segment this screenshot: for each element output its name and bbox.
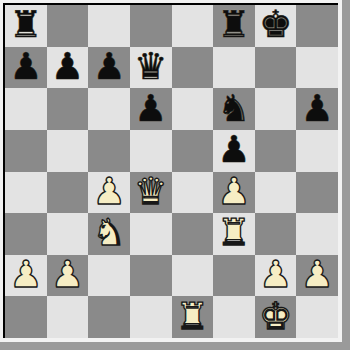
square-a4[interactable] <box>5 172 47 214</box>
square-b4[interactable] <box>47 172 89 214</box>
square-d5[interactable] <box>130 130 172 172</box>
square-h7[interactable] <box>296 47 338 89</box>
square-b6[interactable] <box>47 88 89 130</box>
square-c7[interactable]: ♟ <box>88 47 130 89</box>
black-king-g8[interactable]: ♚ <box>259 6 292 43</box>
white-pawn-f4[interactable]: ♟ <box>217 173 250 210</box>
square-a8[interactable]: ♜ <box>5 5 47 47</box>
square-e8[interactable] <box>172 5 214 47</box>
black-pawn-h6[interactable]: ♟ <box>301 90 334 127</box>
square-d2[interactable] <box>130 255 172 297</box>
frame-shadow-bottom <box>0 342 350 350</box>
square-g1[interactable]: ♚ <box>255 296 297 338</box>
white-pawn-h2[interactable]: ♟ <box>301 256 334 293</box>
square-e4[interactable] <box>172 172 214 214</box>
black-knight-f6[interactable]: ♞ <box>217 90 250 127</box>
square-b2[interactable]: ♟ <box>47 255 89 297</box>
white-king-g1[interactable]: ♚ <box>259 298 292 335</box>
square-e2[interactable] <box>172 255 214 297</box>
white-rook-f3[interactable]: ♜ <box>217 214 250 251</box>
black-pawn-d6[interactable]: ♟ <box>134 90 167 127</box>
square-h1[interactable] <box>296 296 338 338</box>
black-rook-a8[interactable]: ♜ <box>9 6 42 43</box>
black-pawn-c7[interactable]: ♟ <box>92 48 125 85</box>
square-d4[interactable]: ♛ <box>130 172 172 214</box>
black-queen-d7[interactable]: ♛ <box>134 48 167 85</box>
square-f5[interactable]: ♟ <box>213 130 255 172</box>
square-c4[interactable]: ♟ <box>88 172 130 214</box>
square-a2[interactable]: ♟ <box>5 255 47 297</box>
square-c1[interactable] <box>88 296 130 338</box>
square-g5[interactable] <box>255 130 297 172</box>
square-f2[interactable] <box>213 255 255 297</box>
square-g4[interactable] <box>255 172 297 214</box>
chess-diagram: ♜♜♚♟♟♟♛♟♞♟♟♟♛♟♞♜♟♟♟♟♜♚ <box>0 0 350 350</box>
square-d3[interactable] <box>130 213 172 255</box>
square-h6[interactable]: ♟ <box>296 88 338 130</box>
square-b5[interactable] <box>47 130 89 172</box>
square-h8[interactable] <box>296 5 338 47</box>
black-pawn-b7[interactable]: ♟ <box>51 48 84 85</box>
white-pawn-g2[interactable]: ♟ <box>259 256 292 293</box>
white-pawn-c4[interactable]: ♟ <box>92 173 125 210</box>
square-b7[interactable]: ♟ <box>47 47 89 89</box>
black-pawn-a7[interactable]: ♟ <box>9 48 42 85</box>
square-d8[interactable] <box>130 5 172 47</box>
board-frame: ♜♜♚♟♟♟♛♟♞♟♟♟♛♟♞♜♟♟♟♟♜♚ <box>3 3 338 338</box>
black-pawn-f5[interactable]: ♟ <box>217 131 250 168</box>
square-d7[interactable]: ♛ <box>130 47 172 89</box>
square-e7[interactable] <box>172 47 214 89</box>
square-f3[interactable]: ♜ <box>213 213 255 255</box>
square-e1[interactable]: ♜ <box>172 296 214 338</box>
square-a5[interactable] <box>5 130 47 172</box>
square-a7[interactable]: ♟ <box>5 47 47 89</box>
square-d6[interactable]: ♟ <box>130 88 172 130</box>
square-e3[interactable] <box>172 213 214 255</box>
frame-shadow-right <box>342 0 350 350</box>
square-a1[interactable] <box>5 296 47 338</box>
black-rook-f8[interactable]: ♜ <box>217 6 250 43</box>
white-rook-e1[interactable]: ♜ <box>176 298 209 335</box>
square-f8[interactable]: ♜ <box>213 5 255 47</box>
square-d1[interactable] <box>130 296 172 338</box>
square-a6[interactable] <box>5 88 47 130</box>
square-f4[interactable]: ♟ <box>213 172 255 214</box>
square-h4[interactable] <box>296 172 338 214</box>
white-knight-c3[interactable]: ♞ <box>92 214 125 251</box>
square-f6[interactable]: ♞ <box>213 88 255 130</box>
square-g8[interactable]: ♚ <box>255 5 297 47</box>
square-e5[interactable] <box>172 130 214 172</box>
square-f7[interactable] <box>213 47 255 89</box>
square-h3[interactable] <box>296 213 338 255</box>
chess-board: ♜♜♚♟♟♟♛♟♞♟♟♟♛♟♞♜♟♟♟♟♜♚ <box>5 5 338 338</box>
square-f1[interactable] <box>213 296 255 338</box>
square-b1[interactable] <box>47 296 89 338</box>
square-a3[interactable] <box>5 213 47 255</box>
square-h2[interactable]: ♟ <box>296 255 338 297</box>
square-g6[interactable] <box>255 88 297 130</box>
square-c2[interactable] <box>88 255 130 297</box>
square-c5[interactable] <box>88 130 130 172</box>
square-g3[interactable] <box>255 213 297 255</box>
square-e6[interactable] <box>172 88 214 130</box>
white-pawn-a2[interactable]: ♟ <box>9 256 42 293</box>
square-c6[interactable] <box>88 88 130 130</box>
square-h5[interactable] <box>296 130 338 172</box>
square-c8[interactable] <box>88 5 130 47</box>
square-b3[interactable] <box>47 213 89 255</box>
square-c3[interactable]: ♞ <box>88 213 130 255</box>
white-queen-d4[interactable]: ♛ <box>134 173 167 210</box>
square-b8[interactable] <box>47 5 89 47</box>
white-pawn-b2[interactable]: ♟ <box>51 256 84 293</box>
square-g7[interactable] <box>255 47 297 89</box>
square-g2[interactable]: ♟ <box>255 255 297 297</box>
